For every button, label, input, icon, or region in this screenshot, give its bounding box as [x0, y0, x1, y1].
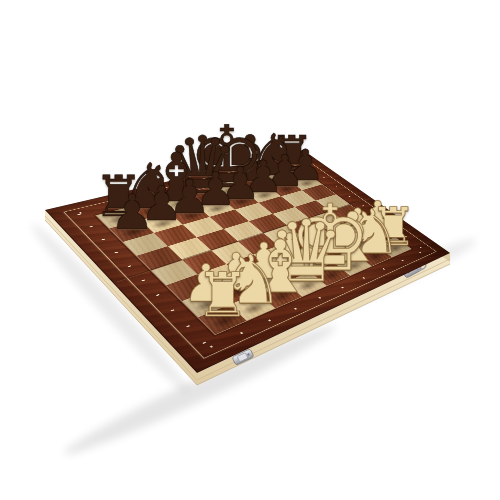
- product-photo-chess-set: ♜♞♝♛♚♝♞♜♟♟♟♟♟♟♟♟♟♟♟♟♟♟♟♟♜♞♝♛♚♝♞♜: [0, 0, 500, 500]
